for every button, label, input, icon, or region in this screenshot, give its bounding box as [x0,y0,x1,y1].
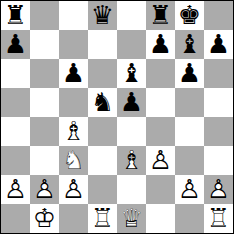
square-e6[interactable]: ♝ [117,59,146,88]
square-h7[interactable]: ♟ [204,30,233,59]
square-e8[interactable] [117,1,146,30]
square-f4[interactable] [146,117,175,146]
square-d3[interactable] [88,146,117,175]
piece-outline: ♙ [175,175,204,204]
white-pawn[interactable]: ♟♙ [30,175,59,204]
square-d4[interactable] [88,117,117,146]
square-d1[interactable]: ♜♖ [88,204,117,233]
square-a6[interactable] [1,59,30,88]
square-f6[interactable] [146,59,175,88]
piece-glyph: ♚ [175,1,204,30]
square-c6[interactable]: ♟ [59,59,88,88]
square-a3[interactable] [1,146,30,175]
square-d8[interactable]: ♛ [88,1,117,30]
square-e7[interactable] [117,30,146,59]
square-e5[interactable]: ♟ [117,88,146,117]
black-rook[interactable]: ♜ [146,1,175,30]
piece-outline: ♖ [88,204,117,233]
piece-glyph: ♟ [1,30,30,59]
chess-board: ♜♛♜♚♟♟♝♟♟♝♟♞♟♝♗♞♘♝♗♟♙♟♙♟♙♟♙♟♙♟♙♚♔♜♖♛♕♜♖ [0,0,234,234]
piece-outline: ♕ [117,204,146,233]
square-a2[interactable]: ♟♙ [1,175,30,204]
white-pawn[interactable]: ♟♙ [59,175,88,204]
square-c8[interactable] [59,1,88,30]
square-c4[interactable]: ♝♗ [59,117,88,146]
piece-glyph: ♟ [117,88,146,117]
square-d5[interactable]: ♞ [88,88,117,117]
square-b1[interactable]: ♚♔ [30,204,59,233]
black-knight[interactable]: ♞ [88,88,117,117]
square-b8[interactable] [30,1,59,30]
white-rook[interactable]: ♜♖ [88,204,117,233]
piece-glyph: ♛ [88,1,117,30]
square-g4[interactable] [175,117,204,146]
square-g8[interactable]: ♚ [175,1,204,30]
piece-outline: ♙ [1,175,30,204]
piece-outline: ♙ [59,175,88,204]
black-bishop[interactable]: ♝ [117,59,146,88]
square-a5[interactable] [1,88,30,117]
white-pawn[interactable]: ♟♙ [204,175,233,204]
white-pawn[interactable]: ♟♙ [146,146,175,175]
square-g7[interactable]: ♝ [175,30,204,59]
white-pawn[interactable]: ♟♙ [1,175,30,204]
black-bishop[interactable]: ♝ [175,30,204,59]
piece-glyph: ♟ [204,30,233,59]
square-c5[interactable] [59,88,88,117]
square-f7[interactable]: ♟ [146,30,175,59]
square-c1[interactable] [59,204,88,233]
square-d2[interactable] [88,175,117,204]
piece-glyph: ♜ [146,1,175,30]
piece-glyph: ♜ [1,1,30,30]
square-g5[interactable] [175,88,204,117]
square-h4[interactable] [204,117,233,146]
square-g3[interactable] [175,146,204,175]
square-a1[interactable] [1,204,30,233]
square-f1[interactable] [146,204,175,233]
square-f8[interactable]: ♜ [146,1,175,30]
square-f5[interactable] [146,88,175,117]
square-f3[interactable]: ♟♙ [146,146,175,175]
piece-outline: ♔ [30,204,59,233]
square-b6[interactable] [30,59,59,88]
square-a4[interactable] [1,117,30,146]
white-king[interactable]: ♚♔ [30,204,59,233]
square-h6[interactable] [204,59,233,88]
black-pawn[interactable]: ♟ [117,88,146,117]
piece-glyph: ♝ [175,30,204,59]
black-queen[interactable]: ♛ [88,1,117,30]
white-rook[interactable]: ♜♖ [204,204,233,233]
square-h5[interactable] [204,88,233,117]
square-b3[interactable] [30,146,59,175]
black-pawn[interactable]: ♟ [59,59,88,88]
square-e2[interactable] [117,175,146,204]
piece-outline: ♗ [59,117,88,146]
white-bishop[interactable]: ♝♗ [59,117,88,146]
square-g2[interactable]: ♟♙ [175,175,204,204]
square-f2[interactable] [146,175,175,204]
square-b2[interactable]: ♟♙ [30,175,59,204]
piece-outline: ♙ [204,175,233,204]
white-queen[interactable]: ♛♕ [117,204,146,233]
black-rook[interactable]: ♜ [1,1,30,30]
piece-outline: ♗ [117,146,146,175]
black-pawn[interactable]: ♟ [146,30,175,59]
square-c3[interactable]: ♞♘ [59,146,88,175]
square-a8[interactable]: ♜ [1,1,30,30]
square-a7[interactable]: ♟ [1,30,30,59]
square-e1[interactable]: ♛♕ [117,204,146,233]
square-h2[interactable]: ♟♙ [204,175,233,204]
square-d6[interactable] [88,59,117,88]
piece-outline: ♖ [204,204,233,233]
square-d7[interactable] [88,30,117,59]
square-b7[interactable] [30,30,59,59]
piece-glyph: ♞ [88,88,117,117]
white-bishop[interactable]: ♝♗ [117,146,146,175]
square-h1[interactable]: ♜♖ [204,204,233,233]
square-e4[interactable] [117,117,146,146]
black-pawn[interactable]: ♟ [204,30,233,59]
square-c7[interactable] [59,30,88,59]
black-king[interactable]: ♚ [175,1,204,30]
square-h3[interactable] [204,146,233,175]
white-pawn[interactable]: ♟♙ [175,175,204,204]
black-pawn[interactable]: ♟ [1,30,30,59]
square-g6[interactable]: ♟ [175,59,204,88]
piece-outline: ♙ [146,146,175,175]
square-g1[interactable] [175,204,204,233]
piece-glyph: ♟ [175,59,204,88]
black-pawn[interactable]: ♟ [175,59,204,88]
piece-outline: ♙ [30,175,59,204]
square-h8[interactable] [204,1,233,30]
square-b5[interactable] [30,88,59,117]
piece-outline: ♘ [59,146,88,175]
white-knight[interactable]: ♞♘ [59,146,88,175]
square-c2[interactable]: ♟♙ [59,175,88,204]
square-b4[interactable] [30,117,59,146]
piece-glyph: ♟ [146,30,175,59]
piece-glyph: ♟ [59,59,88,88]
piece-glyph: ♝ [117,59,146,88]
square-e3[interactable]: ♝♗ [117,146,146,175]
